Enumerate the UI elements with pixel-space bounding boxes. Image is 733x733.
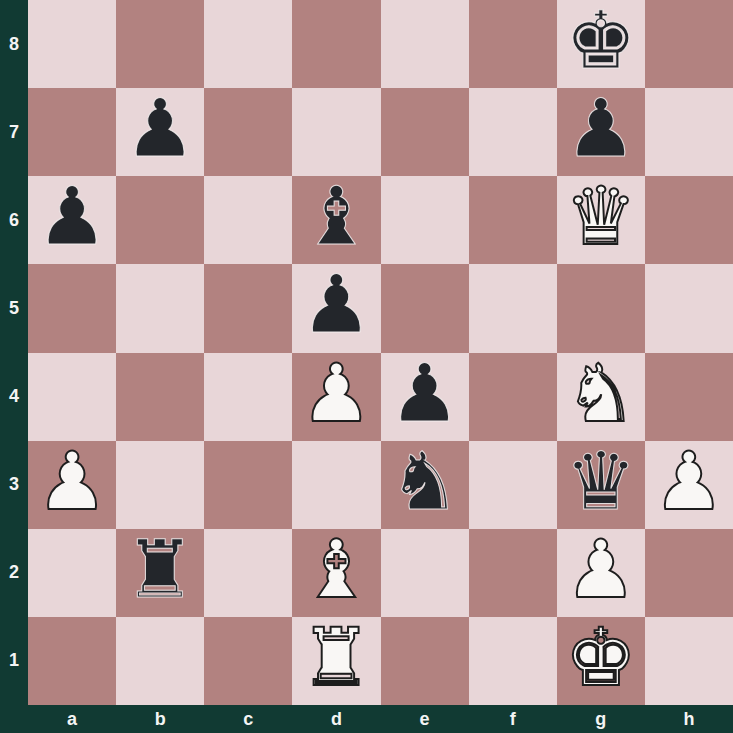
rank-label-1: 1: [0, 617, 28, 705]
square-h7[interactable]: [645, 88, 733, 176]
file-label-a: a: [28, 705, 116, 733]
square-g3[interactable]: ♛: [557, 441, 645, 529]
square-a5[interactable]: [28, 264, 116, 352]
square-g2[interactable]: ♟: [557, 529, 645, 617]
square-a6[interactable]: ♟: [28, 176, 116, 264]
square-d7[interactable]: [292, 88, 380, 176]
square-c7[interactable]: [204, 88, 292, 176]
square-h3[interactable]: ♟: [645, 441, 733, 529]
square-h4[interactable]: [645, 353, 733, 441]
file-label-h: h: [645, 705, 733, 733]
square-f6[interactable]: [469, 176, 557, 264]
square-e7[interactable]: [381, 88, 469, 176]
black-pawn-g7[interactable]: ♟: [565, 89, 637, 169]
square-c5[interactable]: [204, 264, 292, 352]
black-pawn-a6[interactable]: ♟: [36, 177, 108, 257]
square-f3[interactable]: [469, 441, 557, 529]
square-e6[interactable]: [381, 176, 469, 264]
file-labels: abcdefgh: [28, 705, 733, 733]
square-b3[interactable]: [116, 441, 204, 529]
square-d3[interactable]: [292, 441, 380, 529]
black-king-g8[interactable]: ♚: [565, 1, 637, 81]
file-label-c: c: [204, 705, 292, 733]
square-h2[interactable]: [645, 529, 733, 617]
white-rook-d1[interactable]: ♜: [301, 618, 373, 698]
black-pawn-d5[interactable]: ♟: [301, 265, 373, 345]
square-d8[interactable]: [292, 0, 380, 88]
square-f2[interactable]: [469, 529, 557, 617]
square-a1[interactable]: [28, 617, 116, 705]
rank-label-6: 6: [0, 176, 28, 264]
square-f7[interactable]: [469, 88, 557, 176]
square-b1[interactable]: [116, 617, 204, 705]
rank-label-3: 3: [0, 441, 28, 529]
black-rook-b2[interactable]: ♜: [124, 530, 196, 610]
white-pawn-a3[interactable]: ♟: [36, 442, 108, 522]
square-d4[interactable]: ♟: [292, 353, 380, 441]
square-a3[interactable]: ♟: [28, 441, 116, 529]
square-d1[interactable]: ♜: [292, 617, 380, 705]
square-h5[interactable]: [645, 264, 733, 352]
square-f4[interactable]: [469, 353, 557, 441]
square-a2[interactable]: [28, 529, 116, 617]
square-b7[interactable]: ♟: [116, 88, 204, 176]
square-f5[interactable]: [469, 264, 557, 352]
black-pawn-b7[interactable]: ♟: [124, 89, 196, 169]
square-c8[interactable]: [204, 0, 292, 88]
square-c4[interactable]: [204, 353, 292, 441]
square-g1[interactable]: ♚: [557, 617, 645, 705]
square-e3[interactable]: ♞: [381, 441, 469, 529]
black-bishop-d6[interactable]: ♝: [301, 177, 373, 257]
file-label-d: d: [292, 705, 380, 733]
square-g5[interactable]: [557, 264, 645, 352]
file-label-g: g: [557, 705, 645, 733]
file-label-e: e: [381, 705, 469, 733]
square-b8[interactable]: [116, 0, 204, 88]
square-g7[interactable]: ♟: [557, 88, 645, 176]
square-c2[interactable]: [204, 529, 292, 617]
square-f1[interactable]: [469, 617, 557, 705]
rank-label-4: 4: [0, 353, 28, 441]
file-label-b: b: [116, 705, 204, 733]
square-b6[interactable]: [116, 176, 204, 264]
square-d2[interactable]: ♝: [292, 529, 380, 617]
square-b2[interactable]: ♜: [116, 529, 204, 617]
rank-label-5: 5: [0, 264, 28, 352]
rank-label-7: 7: [0, 88, 28, 176]
square-h1[interactable]: [645, 617, 733, 705]
white-pawn-g2[interactable]: ♟: [565, 530, 637, 610]
square-e5[interactable]: [381, 264, 469, 352]
square-e1[interactable]: [381, 617, 469, 705]
square-h6[interactable]: [645, 176, 733, 264]
square-g6[interactable]: ♛: [557, 176, 645, 264]
rank-label-2: 2: [0, 529, 28, 617]
square-g8[interactable]: ♚: [557, 0, 645, 88]
white-pawn-h3[interactable]: ♟: [653, 442, 725, 522]
white-knight-g4[interactable]: ♞: [565, 354, 637, 434]
square-g4[interactable]: ♞: [557, 353, 645, 441]
white-king-g1[interactable]: ♚: [565, 618, 637, 698]
square-c3[interactable]: [204, 441, 292, 529]
chess-diagram: 87654321 ♚♟♟♟♝♛♟♟♟♞♟♞♛♟♜♝♟♜♚ abcdefgh: [0, 0, 733, 733]
square-h8[interactable]: [645, 0, 733, 88]
chess-board[interactable]: ♚♟♟♟♝♛♟♟♟♞♟♞♛♟♜♝♟♜♚: [28, 0, 733, 705]
black-pawn-e4[interactable]: ♟: [389, 354, 461, 434]
square-c1[interactable]: [204, 617, 292, 705]
square-e8[interactable]: [381, 0, 469, 88]
square-a8[interactable]: [28, 0, 116, 88]
square-f8[interactable]: [469, 0, 557, 88]
square-d6[interactable]: ♝: [292, 176, 380, 264]
square-b5[interactable]: [116, 264, 204, 352]
black-knight-e3[interactable]: ♞: [389, 442, 461, 522]
black-queen-g3[interactable]: ♛: [565, 442, 637, 522]
square-c6[interactable]: [204, 176, 292, 264]
square-a7[interactable]: [28, 88, 116, 176]
square-e4[interactable]: ♟: [381, 353, 469, 441]
rank-labels: 87654321: [0, 0, 28, 705]
rank-label-8: 8: [0, 0, 28, 88]
square-e2[interactable]: [381, 529, 469, 617]
square-d5[interactable]: ♟: [292, 264, 380, 352]
white-bishop-d2[interactable]: ♝: [301, 530, 373, 610]
square-a4[interactable]: [28, 353, 116, 441]
file-label-f: f: [469, 705, 557, 733]
white-queen-g6[interactable]: ♛: [565, 177, 637, 257]
white-pawn-d4[interactable]: ♟: [301, 354, 373, 434]
square-b4[interactable]: [116, 353, 204, 441]
